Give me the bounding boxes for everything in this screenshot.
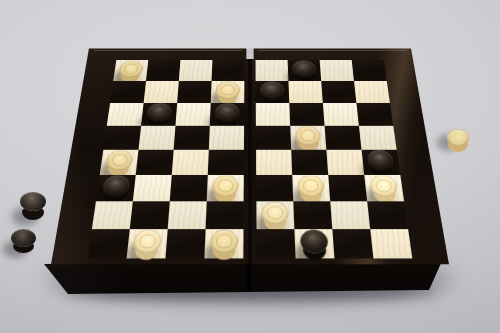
square-r4c6[interactable]	[290, 126, 326, 150]
square-r7c1[interactable]	[92, 201, 133, 229]
square-r3c3[interactable]	[175, 103, 210, 126]
square-r6c5[interactable]	[256, 175, 293, 201]
piece-light[interactable]	[133, 230, 163, 254]
piece-dark[interactable]	[300, 230, 329, 254]
square-r5c7[interactable]	[326, 150, 364, 175]
photo-stage	[0, 0, 500, 333]
square-r5c8[interactable]	[362, 150, 401, 175]
square-r4c1[interactable]	[103, 126, 141, 150]
square-r6c8[interactable]	[364, 175, 404, 201]
off-board-piece-light-1[interactable]	[447, 129, 469, 146]
square-r7c6[interactable]	[293, 201, 332, 229]
piece-light[interactable]	[297, 175, 324, 196]
piece-light[interactable]	[118, 60, 143, 77]
square-r1c4[interactable]	[212, 60, 245, 81]
square-r8c6[interactable]	[294, 229, 334, 258]
square-r4c2[interactable]	[138, 126, 175, 150]
piece-light[interactable]	[216, 81, 240, 99]
playfield-right	[255, 60, 412, 258]
square-r7c3[interactable]	[168, 201, 207, 229]
board-left-panel	[51, 48, 248, 264]
square-r7c8[interactable]	[367, 201, 408, 229]
square-r2c6[interactable]	[288, 81, 322, 103]
square-r3c4[interactable]	[210, 103, 244, 126]
square-r1c1[interactable]	[113, 60, 148, 81]
square-r4c3[interactable]	[174, 126, 210, 150]
square-r1c8[interactable]	[352, 60, 387, 81]
square-r4c8[interactable]	[359, 126, 397, 150]
square-r2c8[interactable]	[354, 81, 390, 103]
square-r3c6[interactable]	[289, 103, 324, 126]
square-r2c7[interactable]	[321, 81, 356, 103]
square-r5c1[interactable]	[100, 150, 139, 175]
square-r6c2[interactable]	[133, 175, 172, 201]
square-r1c3[interactable]	[179, 60, 213, 81]
off-board-piece-dark-2[interactable]	[11, 229, 36, 247]
playfield-left	[88, 60, 245, 258]
square-r8c3[interactable]	[165, 229, 205, 258]
piece-light[interactable]	[369, 175, 398, 196]
square-r5c3[interactable]	[172, 150, 209, 175]
square-r6c1[interactable]	[96, 175, 136, 201]
square-r8c2[interactable]	[127, 229, 168, 258]
square-r5c4[interactable]	[208, 150, 244, 175]
piece-dark[interactable]	[366, 150, 394, 170]
square-r7c7[interactable]	[330, 201, 370, 229]
square-r3c8[interactable]	[356, 103, 393, 126]
board-right-panel	[252, 48, 449, 264]
square-r1c2[interactable]	[146, 60, 180, 81]
square-r5c6[interactable]	[291, 150, 328, 175]
square-r6c3[interactable]	[170, 175, 208, 201]
square-r3c2[interactable]	[141, 103, 177, 126]
piece-light[interactable]	[210, 230, 238, 254]
square-r8c5[interactable]	[256, 229, 295, 258]
piece-light[interactable]	[295, 126, 321, 145]
square-r2c1[interactable]	[110, 81, 146, 103]
square-r1c5[interactable]	[255, 60, 288, 81]
square-r8c8[interactable]	[370, 229, 412, 258]
square-r8c4[interactable]	[204, 229, 243, 258]
piece-dark[interactable]	[215, 103, 240, 122]
square-r6c4[interactable]	[207, 175, 244, 201]
square-r6c7[interactable]	[328, 175, 367, 201]
square-r1c6[interactable]	[288, 60, 322, 81]
piece-dark[interactable]	[292, 60, 316, 77]
square-r4c4[interactable]	[209, 126, 244, 150]
piece-dark[interactable]	[146, 103, 172, 122]
square-r2c5[interactable]	[256, 81, 290, 103]
square-r3c5[interactable]	[256, 103, 290, 126]
square-r8c7[interactable]	[332, 229, 373, 258]
square-r4c7[interactable]	[325, 126, 362, 150]
square-r7c2[interactable]	[130, 201, 170, 229]
square-r4c5[interactable]	[256, 126, 291, 150]
square-r2c4[interactable]	[211, 81, 245, 103]
square-r2c3[interactable]	[177, 81, 211, 103]
square-r8c1[interactable]	[88, 229, 130, 258]
hinge-gap	[246, 48, 253, 58]
square-r1c7[interactable]	[320, 60, 354, 81]
square-r7c4[interactable]	[206, 201, 244, 229]
square-r2c2[interactable]	[144, 81, 179, 103]
square-r3c7[interactable]	[323, 103, 359, 126]
off-board-piece-dark-1[interactable]	[20, 192, 46, 211]
checkers-board	[51, 48, 449, 264]
square-r3c1[interactable]	[107, 103, 144, 126]
square-r6c6[interactable]	[292, 175, 330, 201]
piece-dark[interactable]	[102, 175, 131, 196]
piece-dark[interactable]	[260, 81, 284, 99]
square-r7c5[interactable]	[256, 201, 294, 229]
piece-light[interactable]	[262, 202, 289, 225]
square-r5c5[interactable]	[256, 150, 292, 175]
piece-light[interactable]	[212, 175, 239, 196]
piece-light[interactable]	[105, 150, 133, 170]
square-r5c2[interactable]	[136, 150, 174, 175]
